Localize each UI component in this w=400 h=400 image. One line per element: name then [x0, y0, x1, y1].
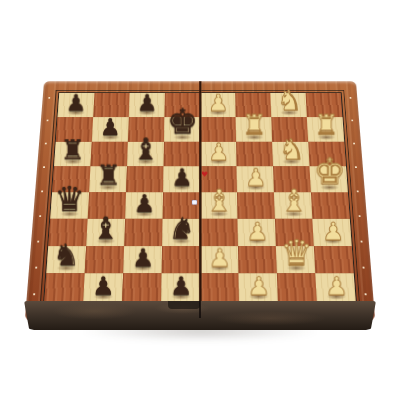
light-bishop: ♝: [280, 186, 307, 216]
dark-pawn: ♟: [171, 166, 192, 190]
square-c5: [126, 167, 163, 193]
piece-shadow: [282, 264, 309, 272]
heart-mark: ♥: [201, 172, 208, 179]
square-b3: ♝: [86, 219, 125, 246]
piece-shadow: [63, 109, 88, 116]
base-latch-notch: [168, 301, 200, 309]
square-a8: ♟: [58, 93, 95, 117]
square-h3: ♟: [312, 219, 351, 246]
square-d2: [162, 246, 200, 274]
square-f4: [237, 192, 275, 218]
square-d5: ♟: [163, 167, 200, 193]
square-e5: ♥: [200, 167, 237, 193]
piece-shadow: [134, 109, 159, 116]
square-b6: [90, 141, 127, 166]
square-h1: ♟: [315, 273, 355, 302]
square-e1: [200, 273, 239, 302]
square-b5: ♜: [89, 167, 127, 193]
square-e2: ♟: [200, 246, 238, 274]
square-c3: [124, 219, 162, 246]
piece-shadow: [206, 210, 232, 218]
square-g5: [273, 167, 311, 193]
piece-shadow: [280, 210, 307, 218]
square-a2: ♞: [46, 246, 86, 274]
piece-shadow: [131, 210, 157, 218]
dark-knight: ♞: [168, 213, 195, 243]
square-c7: [128, 117, 164, 141]
dark-pawn: ♟: [133, 192, 155, 216]
square-c8: ♟: [129, 93, 165, 117]
dark-rook: ♜: [95, 162, 120, 190]
chess-board: ♟♟♟♞♟♚♜♜♜♝♟♞♜♟♥♟♚♛♟♝♝♝♞♟♟♞♟♟♛♟♟♟♟: [25, 81, 375, 320]
square-d6: [163, 141, 200, 166]
light-pawn: ♟: [208, 246, 230, 271]
piece-shadow: [59, 158, 85, 166]
square-h4: [311, 192, 350, 218]
square-g4: ♝: [274, 192, 312, 218]
square-a7: [56, 117, 93, 141]
square-b4: [88, 192, 126, 218]
piece-shadow: [89, 292, 117, 301]
piece-shadow: [322, 292, 350, 301]
square-b1: ♟: [83, 273, 123, 302]
piece-shadow: [278, 158, 304, 166]
square-d1: ♟: [161, 273, 200, 302]
square-a5: [52, 167, 90, 193]
piece-shadow: [276, 109, 301, 116]
dark-pawn: ♟: [131, 246, 153, 271]
square-b2: [85, 246, 124, 274]
square-g3: [275, 219, 314, 246]
square-e7: [200, 117, 236, 141]
piece-shadow: [169, 184, 195, 192]
folded-board-base: [24, 301, 376, 330]
square-a4: ♛: [50, 192, 89, 218]
piece-shadow: [95, 184, 121, 192]
piece-shadow: [132, 158, 158, 166]
dice-mark: [192, 200, 197, 204]
square-c4: ♟: [125, 192, 163, 218]
square-g2: ♛: [276, 246, 315, 274]
square-g7: [271, 117, 308, 141]
square-f2: [238, 246, 277, 274]
square-b8: [93, 93, 129, 117]
square-c6: ♝: [127, 141, 164, 166]
square-g1: [277, 273, 317, 302]
piece-shadow: [169, 133, 194, 140]
dark-pawn: ♟: [169, 274, 192, 299]
square-e6: ♟: [200, 141, 237, 166]
square-c1: [122, 273, 161, 302]
board-fold-line: [199, 81, 202, 320]
square-f8: [235, 93, 271, 117]
light-pawn: ♟: [245, 166, 266, 190]
piece-shadow: [205, 109, 230, 116]
piece-shadow: [97, 133, 123, 140]
piece-shadow: [52, 264, 79, 272]
square-g8: ♞: [270, 93, 306, 117]
light-pawn: ♟: [247, 274, 270, 299]
square-h6: [308, 141, 346, 166]
piece-shadow: [206, 264, 233, 272]
square-g6: ♞: [272, 141, 309, 166]
square-e4: ♝: [200, 192, 237, 218]
square-a3: [48, 219, 87, 246]
square-b7: ♟: [92, 117, 129, 141]
square-f3: ♟: [237, 219, 275, 246]
square-a6: ♜: [54, 141, 92, 166]
square-h2: [314, 246, 354, 274]
square-a1: [44, 273, 84, 302]
square-e3: [200, 219, 238, 246]
square-f7: ♜: [236, 117, 272, 141]
dark-pawn: ♟: [91, 274, 114, 299]
square-d3: ♞: [162, 219, 200, 246]
piece-shadow: [167, 292, 194, 301]
square-c2: ♟: [123, 246, 162, 274]
square-d4: [163, 192, 200, 218]
square-f6: [236, 141, 273, 166]
piece-shadow: [313, 133, 339, 140]
piece-shadow: [56, 210, 83, 218]
square-d8: [164, 93, 200, 117]
piece-shadow: [319, 237, 346, 245]
piece-shadow: [129, 264, 156, 272]
piece-shadow: [241, 133, 266, 140]
piece-shadow: [168, 237, 195, 245]
product-photo: ♟♟♟♞♟♚♜♜♜♝♟♞♜♟♥♟♚♛♟♝♝♝♞♟♟♞♟♟♛♟♟♟♟: [0, 0, 400, 400]
piece-shadow: [92, 237, 119, 245]
light-pawn: ♟: [325, 274, 348, 299]
square-h5: ♚: [310, 167, 348, 193]
square-e8: ♟: [200, 93, 236, 117]
square-h8: [306, 93, 343, 117]
square-d7: ♚: [164, 117, 200, 141]
square-f5: ♟: [237, 167, 274, 193]
piece-shadow: [316, 184, 342, 192]
light-bishop: ♝: [205, 186, 232, 216]
piece-shadow: [245, 292, 273, 301]
piece-shadow: [242, 184, 268, 192]
piece-shadow: [205, 158, 231, 166]
square-h7: ♜: [307, 117, 344, 141]
piece-shadow: [243, 237, 270, 245]
square-f1: ♟: [238, 273, 277, 302]
